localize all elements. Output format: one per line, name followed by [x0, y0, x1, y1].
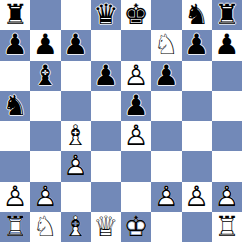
- square-g3[interactable]: [182, 151, 212, 181]
- square-e2[interactable]: [121, 182, 151, 212]
- square-f7[interactable]: ♞♘: [151, 30, 181, 60]
- square-a3[interactable]: [0, 151, 30, 181]
- square-a6[interactable]: [0, 61, 30, 91]
- square-b1[interactable]: ♞♘: [30, 212, 60, 242]
- square-d5[interactable]: [91, 91, 121, 121]
- piece-white-bishop: ♝: [63, 212, 88, 242]
- piece-black-pawn: ♟: [3, 30, 28, 60]
- square-c3[interactable]: ♟♙: [61, 151, 91, 181]
- square-f1[interactable]: [151, 212, 181, 242]
- square-e7[interactable]: [121, 30, 151, 60]
- square-h3[interactable]: [212, 151, 242, 181]
- piece-black-knight: ♞: [184, 0, 209, 30]
- square-d2[interactable]: [91, 182, 121, 212]
- piece-white-pawn: ♟: [154, 182, 179, 212]
- square-a5[interactable]: ♞: [0, 91, 30, 121]
- piece-white-pawn-outline: ♙: [3, 182, 28, 212]
- piece-white-pawn: ♟: [184, 182, 209, 212]
- piece-black-pawn: ♟: [63, 30, 88, 60]
- square-b6[interactable]: ♝: [30, 61, 60, 91]
- square-d3[interactable]: [91, 151, 121, 181]
- square-b3[interactable]: [30, 151, 60, 181]
- piece-white-pawn-outline: ♙: [124, 121, 149, 151]
- piece-white-bishop-outline: ♗: [63, 212, 88, 242]
- piece-black-pawn: ♟: [124, 91, 149, 121]
- square-a1[interactable]: ♜♖: [0, 212, 30, 242]
- piece-black-pawn: ♟: [184, 30, 209, 60]
- square-f5[interactable]: [151, 91, 181, 121]
- piece-white-king: ♚: [124, 212, 149, 242]
- piece-white-pawn-outline: ♙: [214, 182, 239, 212]
- piece-white-pawn-outline: ♙: [124, 61, 149, 91]
- square-f2[interactable]: ♟♙: [151, 182, 181, 212]
- piece-white-queen-outline: ♕: [93, 212, 118, 242]
- piece-white-pawn: ♟: [214, 182, 239, 212]
- piece-white-knight-outline: ♘: [154, 30, 179, 60]
- piece-white-pawn-outline: ♙: [154, 182, 179, 212]
- piece-white-rook-outline: ♖: [214, 212, 239, 242]
- piece-black-rook: ♜: [3, 0, 28, 30]
- square-g7[interactable]: ♟: [182, 30, 212, 60]
- square-b4[interactable]: [30, 121, 60, 151]
- square-f8[interactable]: [151, 0, 181, 30]
- square-a8[interactable]: ♜: [0, 0, 30, 30]
- square-d1[interactable]: ♛♕: [91, 212, 121, 242]
- square-g5[interactable]: [182, 91, 212, 121]
- square-d7[interactable]: [91, 30, 121, 60]
- piece-black-pawn: ♟: [93, 61, 118, 91]
- square-h6[interactable]: [212, 61, 242, 91]
- piece-white-rook-outline: ♖: [3, 212, 28, 242]
- piece-black-pawn: ♟: [33, 30, 58, 60]
- piece-white-pawn-outline: ♙: [33, 182, 58, 212]
- square-c1[interactable]: ♝♗: [61, 212, 91, 242]
- square-c8[interactable]: [61, 0, 91, 30]
- piece-white-pawn: ♟: [124, 121, 149, 151]
- square-c4[interactable]: ♝♗: [61, 121, 91, 151]
- piece-white-pawn-outline: ♙: [184, 182, 209, 212]
- square-e1[interactable]: ♚♔: [121, 212, 151, 242]
- square-b7[interactable]: ♟: [30, 30, 60, 60]
- square-c7[interactable]: ♟: [61, 30, 91, 60]
- square-g4[interactable]: [182, 121, 212, 151]
- piece-white-queen: ♛: [93, 212, 118, 242]
- square-c2[interactable]: [61, 182, 91, 212]
- piece-white-rook: ♜: [3, 212, 28, 242]
- piece-white-knight-outline: ♘: [33, 212, 58, 242]
- square-h7[interactable]: ♟: [212, 30, 242, 60]
- square-g6[interactable]: [182, 61, 212, 91]
- square-g8[interactable]: ♞: [182, 0, 212, 30]
- square-a7[interactable]: ♟: [0, 30, 30, 60]
- piece-white-knight: ♞: [33, 212, 58, 242]
- piece-white-pawn: ♟: [124, 61, 149, 91]
- piece-white-rook: ♜: [214, 212, 239, 242]
- square-e8[interactable]: ♚: [121, 0, 151, 30]
- piece-black-knight: ♞: [3, 91, 28, 121]
- square-e6[interactable]: ♟♙: [121, 61, 151, 91]
- piece-white-pawn: ♟: [33, 182, 58, 212]
- piece-black-king: ♚: [124, 0, 149, 30]
- square-e4[interactable]: ♟♙: [121, 121, 151, 151]
- piece-black-bishop: ♝: [33, 61, 58, 91]
- square-a4[interactable]: [0, 121, 30, 151]
- square-f4[interactable]: [151, 121, 181, 151]
- square-c5[interactable]: [61, 91, 91, 121]
- square-a2[interactable]: ♟♙: [0, 182, 30, 212]
- square-h1[interactable]: ♜♖: [212, 212, 242, 242]
- square-h8[interactable]: ♜: [212, 0, 242, 30]
- square-e3[interactable]: [121, 151, 151, 181]
- square-h5[interactable]: [212, 91, 242, 121]
- square-f3[interactable]: [151, 151, 181, 181]
- square-g2[interactable]: ♟♙: [182, 182, 212, 212]
- chessboard: ♜♛♚♞♜♟♟♟♞♘♟♟♝♟♟♙♟♞♟♝♗♟♙♟♙♟♙♟♙♟♙♟♙♟♙♜♖♞♘♝…: [0, 0, 242, 242]
- square-b5[interactable]: [30, 91, 60, 121]
- square-d6[interactable]: ♟: [91, 61, 121, 91]
- square-d4[interactable]: [91, 121, 121, 151]
- square-b8[interactable]: [30, 0, 60, 30]
- piece-white-pawn: ♟: [63, 151, 88, 181]
- piece-black-pawn: ♟: [214, 30, 239, 60]
- square-e5[interactable]: ♟: [121, 91, 151, 121]
- piece-black-rook: ♜: [214, 0, 239, 30]
- piece-white-pawn-outline: ♙: [63, 151, 88, 181]
- square-h4[interactable]: [212, 121, 242, 151]
- piece-black-pawn: ♟: [154, 61, 179, 91]
- square-h2[interactable]: ♟♙: [212, 182, 242, 212]
- square-f6[interactable]: ♟: [151, 61, 181, 91]
- square-g1[interactable]: [182, 212, 212, 242]
- piece-white-bishop: ♝: [63, 121, 88, 151]
- piece-white-knight: ♞: [154, 30, 179, 60]
- square-c6[interactable]: [61, 61, 91, 91]
- square-b2[interactable]: ♟♙: [30, 182, 60, 212]
- piece-black-queen: ♛: [93, 0, 118, 30]
- piece-white-king-outline: ♔: [124, 212, 149, 242]
- square-d8[interactable]: ♛: [91, 0, 121, 30]
- piece-white-pawn: ♟: [3, 182, 28, 212]
- piece-white-bishop-outline: ♗: [63, 121, 88, 151]
